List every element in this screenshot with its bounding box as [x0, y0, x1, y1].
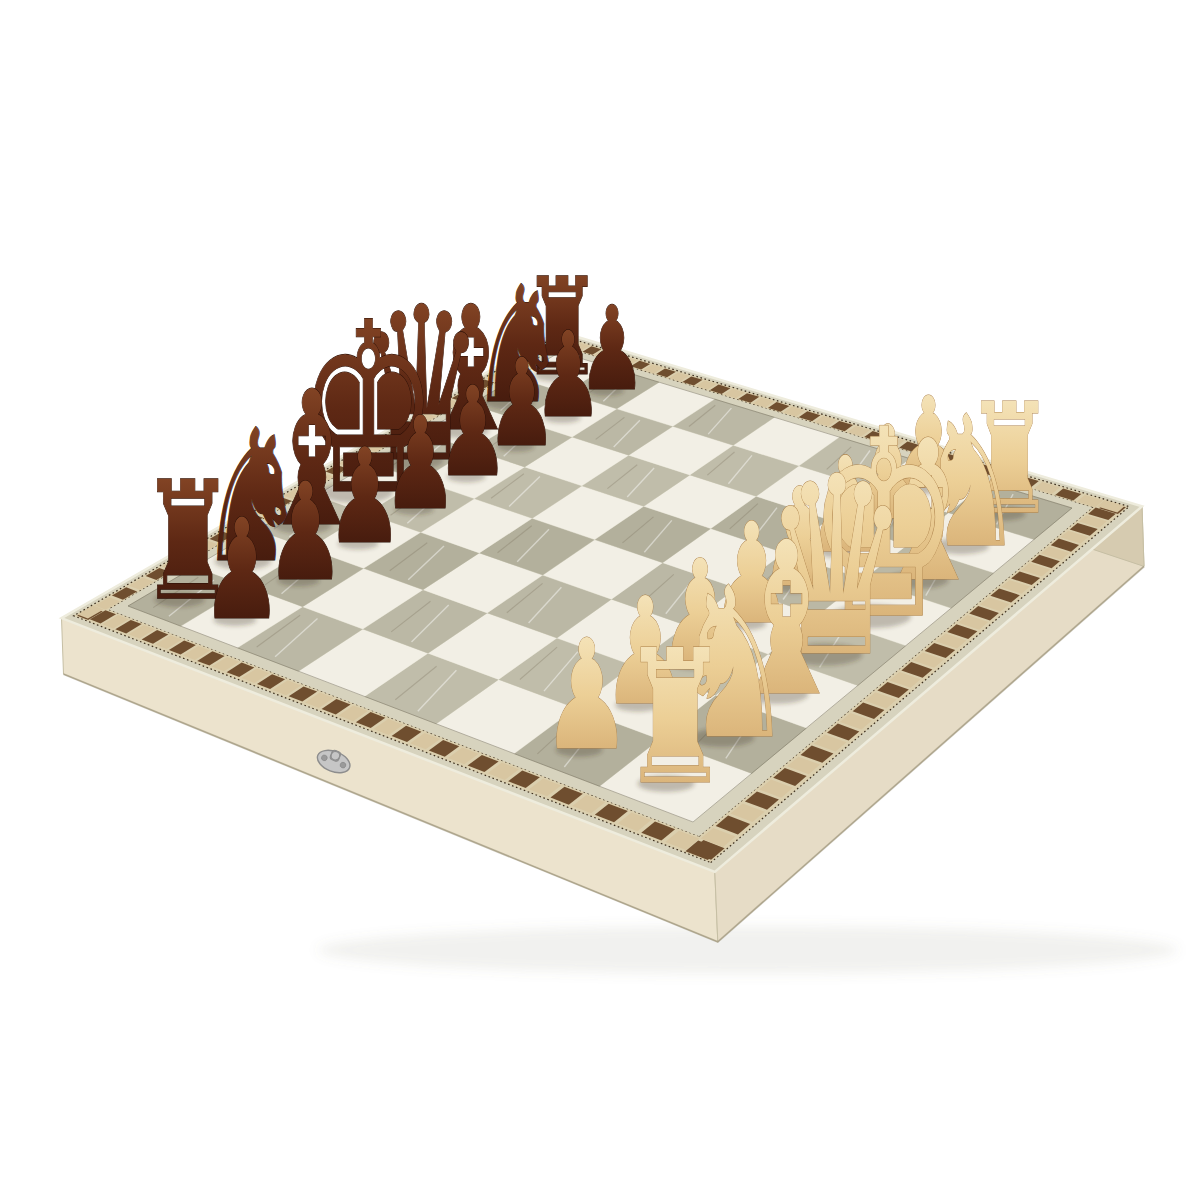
svg-text:♟: ♟	[542, 607, 632, 784]
svg-text:♟: ♟	[201, 490, 283, 652]
product-photo: ♜♟♞♟♝♟♛♟♟♚♟♜♟♝♟♞♟♞♝♟♟♜♚♟♟♛♟♝♟♞♟♜ Wooden …	[0, 0, 1200, 1200]
piece-white-rook-a1[interactable]: ♜	[621, 611, 730, 826]
svg-text:♜: ♜	[621, 611, 730, 826]
piece-black-pawn-a7[interactable]: ♟	[201, 490, 283, 652]
piece-white-pawn-a2[interactable]: ♟	[542, 607, 632, 784]
ground-shadow	[318, 926, 1178, 974]
chess-product-photo: ♜♟♞♟♝♟♛♟♟♚♟♜♟♝♟♞♟♞♝♟♟♜♚♟♟♛♟♝♟♞♟♜	[0, 0, 1200, 1200]
